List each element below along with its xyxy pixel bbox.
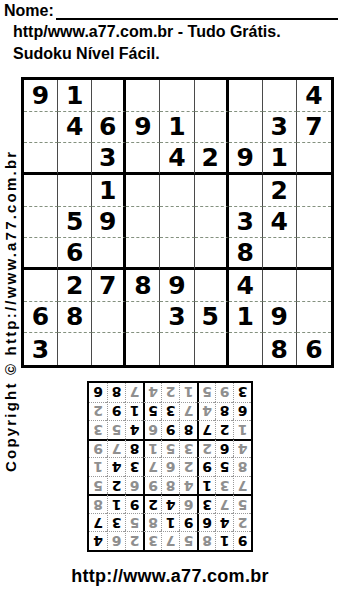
puzzle-cell-r4c2[interactable] (58, 175, 92, 207)
solution-cell-r8c6: 5 (143, 402, 161, 421)
solution-cell-r1c8: 6 (107, 531, 125, 550)
puzzle-cell-r9c3[interactable] (92, 333, 126, 365)
solution-cell-r7c6: 6 (143, 420, 161, 439)
puzzle-cell-r8c2[interactable]: 8 (58, 302, 92, 334)
puzzle-cell-r9c8[interactable]: 8 (263, 333, 297, 365)
solution-cell-r3c9: 8 (89, 494, 107, 513)
solution-cell-r3c5: 4 (161, 494, 179, 513)
puzzle-cell-r7c4[interactable]: 8 (126, 270, 160, 302)
puzzle-cell-r6c9[interactable] (297, 238, 331, 270)
puzzle-cell-r8c4[interactable] (126, 302, 160, 334)
puzzle-cell-r1c6[interactable] (195, 80, 229, 112)
solution-cell-r7c5: 9 (161, 420, 179, 439)
solution-cell-r1c1: 9 (233, 531, 251, 550)
site-url-headline: http/www.a77.com.br - Tudo Grátis. (13, 23, 281, 41)
solution-cell-r7c4: 8 (179, 420, 197, 439)
solution-cell-r2c8: 3 (107, 513, 125, 532)
puzzle-cell-r7c3[interactable]: 7 (92, 270, 126, 302)
puzzle-cell-r6c5[interactable] (160, 238, 194, 270)
puzzle-cell-r3c3[interactable]: 3 (92, 143, 126, 175)
solution-cell-r8c7: 1 (125, 402, 143, 421)
solution-cell-r8c3: 4 (197, 402, 215, 421)
name-row: Nome: (4, 2, 338, 20)
solution-cell-r7c1: 1 (233, 420, 251, 439)
solution-cell-r4c6: 9 (143, 476, 161, 495)
solution-cell-r6c8: 7 (107, 439, 125, 458)
solution-cell-r6c7: 8 (125, 439, 143, 458)
puzzle-cell-r7c7[interactable]: 4 (229, 270, 263, 302)
puzzle-cell-r2c2[interactable]: 4 (58, 112, 92, 144)
solution-cell-r8c4: 7 (179, 402, 197, 421)
puzzle-cell-r1c9[interactable]: 4 (297, 80, 331, 112)
puzzle-cell-r8c8[interactable]: 9 (263, 302, 297, 334)
puzzle-cell-r5c7[interactable]: 3 (229, 207, 263, 239)
puzzle-cell-r3c9[interactable] (297, 143, 331, 175)
footer-url: http://www.a77.com.br (0, 566, 340, 587)
puzzle-cell-r3c4[interactable] (126, 143, 160, 175)
puzzle-cell-r8c1[interactable]: 6 (24, 302, 58, 334)
solution-cell-r4c5: 8 (161, 476, 179, 495)
sudoku-puzzle-grid: 914469137342911259346827894683519386 (21, 77, 334, 368)
sudoku-worksheet: Nome: http/www.a77.com.br - Tudo Grátis.… (0, 0, 340, 596)
solution-cell-r2c7: 5 (125, 513, 143, 532)
puzzle-cell-r9c4[interactable] (126, 333, 160, 365)
solution-cell-r4c4: 4 (179, 476, 197, 495)
puzzle-cell-r6c7[interactable]: 8 (229, 238, 263, 270)
solution-cell-r2c9: 7 (89, 513, 107, 532)
solution-cell-r5c3: 9 (197, 457, 215, 476)
name-label: Nome: (4, 2, 54, 20)
solution-cell-r9c1: 3 (233, 383, 251, 402)
puzzle-cell-r4c4[interactable] (126, 175, 160, 207)
solution-cell-r9c4: 1 (179, 383, 197, 402)
puzzle-cell-r6c2[interactable]: 6 (58, 238, 92, 270)
solution-cell-r8c2: 8 (215, 402, 233, 421)
solution-cell-r8c8: 9 (107, 402, 125, 421)
puzzle-cell-r1c1[interactable]: 9 (24, 80, 58, 112)
solution-cell-r3c7: 9 (125, 494, 143, 513)
puzzle-cell-r3c1[interactable] (24, 143, 58, 175)
solution-cell-r5c8: 4 (107, 457, 125, 476)
solution-cell-r4c3: 1 (197, 476, 215, 495)
puzzle-cell-r4c6[interactable] (195, 175, 229, 207)
puzzle-cell-r1c4[interactable] (126, 80, 160, 112)
puzzle-cell-r8c5[interactable]: 3 (160, 302, 194, 334)
solution-cell-r6c5: 5 (161, 439, 179, 458)
puzzle-cell-r8c3[interactable] (92, 302, 126, 334)
solution-cell-r6c2: 6 (215, 439, 233, 458)
puzzle-cell-r6c4[interactable] (126, 238, 160, 270)
puzzle-cell-r7c2[interactable]: 2 (58, 270, 92, 302)
puzzle-cell-r4c5[interactable] (160, 175, 194, 207)
solution-cell-r7c2: 2 (215, 420, 233, 439)
solution-cell-r9c7: 7 (125, 383, 143, 402)
solution-cell-r3c1: 5 (233, 494, 251, 513)
puzzle-cell-r5c6[interactable] (195, 207, 229, 239)
puzzle-cell-r6c6[interactable] (195, 238, 229, 270)
solution-cell-r1c2: 1 (215, 531, 233, 550)
puzzle-cell-r8c6[interactable]: 5 (195, 302, 229, 334)
solution-cell-r5c5: 6 (161, 457, 179, 476)
puzzle-cell-r6c1[interactable] (24, 238, 58, 270)
puzzle-cell-r2c1[interactable] (24, 112, 58, 144)
puzzle-cell-r8c7[interactable]: 1 (229, 302, 263, 334)
puzzle-cell-r9c2[interactable] (58, 333, 92, 365)
solution-cell-r6c4: 3 (179, 439, 197, 458)
puzzle-cell-r4c3[interactable]: 1 (92, 175, 126, 207)
puzzle-cell-r9c1[interactable]: 3 (24, 333, 58, 365)
puzzle-cell-r4c7[interactable] (229, 175, 263, 207)
puzzle-cell-r2c9[interactable]: 7 (297, 112, 331, 144)
puzzle-cell-r3c2[interactable] (58, 143, 92, 175)
puzzle-cell-r5c9[interactable] (297, 207, 331, 239)
copyright-vertical-text: Copyright © http://www.a77.com.br (2, 150, 19, 472)
puzzle-cell-r9c6[interactable] (195, 333, 229, 365)
solution-cell-r2c5: 1 (161, 513, 179, 532)
solution-cell-r8c5: 3 (161, 402, 179, 421)
solution-cell-r6c3: 2 (197, 439, 215, 458)
solution-cell-r2c4: 9 (179, 513, 197, 532)
puzzle-cell-r9c7[interactable] (229, 333, 263, 365)
name-blank-line (56, 2, 338, 20)
puzzle-cell-r5c1[interactable] (24, 207, 58, 239)
puzzle-cell-r4c9[interactable] (297, 175, 331, 207)
puzzle-cell-r3c7[interactable]: 9 (229, 143, 263, 175)
sudoku-solution-grid-rotated-180: 9185732642469185375736429187314896258592… (87, 381, 253, 552)
solution-cell-r3c6: 2 (143, 494, 161, 513)
solution-cell-r6c6: 1 (143, 439, 161, 458)
puzzle-cell-r5c5[interactable] (160, 207, 194, 239)
solution-cell-r5c2: 5 (215, 457, 233, 476)
puzzle-cell-r5c4[interactable] (126, 207, 160, 239)
solution-cell-r9c8: 8 (107, 383, 125, 402)
solution-cell-r5c9: 1 (89, 457, 107, 476)
solution-cell-r6c9: 9 (89, 439, 107, 458)
solution-cell-r1c4: 5 (179, 531, 197, 550)
solution-cell-r1c5: 7 (161, 531, 179, 550)
solution-cell-r7c9: 3 (89, 420, 107, 439)
solution-cell-r2c1: 2 (233, 513, 251, 532)
puzzle-cell-r6c3[interactable] (92, 238, 126, 270)
solution-cell-r3c2: 7 (215, 494, 233, 513)
puzzle-cell-r2c5[interactable]: 1 (160, 112, 194, 144)
puzzle-cell-r8c9[interactable] (297, 302, 331, 334)
solution-cell-r9c5: 2 (161, 383, 179, 402)
solution-cell-r1c7: 2 (125, 531, 143, 550)
puzzle-cell-r2c3[interactable]: 6 (92, 112, 126, 144)
puzzle-cell-r5c2[interactable]: 5 (58, 207, 92, 239)
puzzle-cell-r7c8[interactable] (263, 270, 297, 302)
solution-cell-r4c1: 7 (233, 476, 251, 495)
page-title: Sudoku Nível Fácil. (13, 45, 160, 63)
puzzle-cell-r7c9[interactable] (297, 270, 331, 302)
puzzle-cell-r5c8[interactable]: 4 (263, 207, 297, 239)
solution-cell-r4c2: 3 (215, 476, 233, 495)
puzzle-cell-r4c1[interactable] (24, 175, 58, 207)
puzzle-cell-r6c8[interactable] (263, 238, 297, 270)
solution-cell-r9c9: 6 (89, 383, 107, 402)
puzzle-cell-r3c8[interactable]: 1 (263, 143, 297, 175)
solution-cell-r7c8: 5 (107, 420, 125, 439)
solution-cell-r4c9: 5 (89, 476, 107, 495)
solution-cell-r1c9: 4 (89, 531, 107, 550)
puzzle-cell-r1c5[interactable] (160, 80, 194, 112)
puzzle-cell-r3c6[interactable]: 2 (195, 143, 229, 175)
solution-cell-r9c6: 4 (143, 383, 161, 402)
solution-cell-r2c6: 8 (143, 513, 161, 532)
puzzle-cell-r1c8[interactable] (263, 80, 297, 112)
puzzle-cell-r7c1[interactable] (24, 270, 58, 302)
solution-cell-r4c8: 2 (107, 476, 125, 495)
puzzle-cell-r2c6[interactable] (195, 112, 229, 144)
solution-cell-r1c6: 3 (143, 531, 161, 550)
puzzle-cell-r9c9[interactable]: 6 (297, 333, 331, 365)
solution-cell-r1c3: 8 (197, 531, 215, 550)
solution-cell-r7c7: 4 (125, 420, 143, 439)
solution-cell-r4c7: 6 (125, 476, 143, 495)
solution-cell-r5c6: 7 (143, 457, 161, 476)
solution-cell-r9c2: 9 (215, 383, 233, 402)
puzzle-cell-r1c3[interactable] (92, 80, 126, 112)
solution-cell-r2c3: 6 (197, 513, 215, 532)
puzzle-cell-r2c8[interactable]: 3 (263, 112, 297, 144)
puzzle-cell-r2c4[interactable]: 9 (126, 112, 160, 144)
solution-cell-r9c3: 5 (197, 383, 215, 402)
puzzle-cell-r4c8[interactable]: 2 (263, 175, 297, 207)
solution-cell-r5c4: 2 (179, 457, 197, 476)
solution-cell-r8c9: 2 (89, 402, 107, 421)
solution-cell-r8c1: 6 (233, 402, 251, 421)
puzzle-cell-r1c7[interactable] (229, 80, 263, 112)
puzzle-cell-r2c7[interactable] (229, 112, 263, 144)
solution-cell-r3c3: 3 (197, 494, 215, 513)
puzzle-cell-r3c5[interactable]: 4 (160, 143, 194, 175)
puzzle-cell-r7c5[interactable]: 9 (160, 270, 194, 302)
puzzle-cell-r1c2[interactable]: 1 (58, 80, 92, 112)
puzzle-cell-r9c5[interactable] (160, 333, 194, 365)
solution-cell-r6c1: 4 (233, 439, 251, 458)
solution-cell-r3c4: 6 (179, 494, 197, 513)
solution-cell-r5c7: 3 (125, 457, 143, 476)
solution-cell-r5c1: 8 (233, 457, 251, 476)
solution-cell-r2c2: 4 (215, 513, 233, 532)
puzzle-cell-r7c6[interactable] (195, 270, 229, 302)
puzzle-cell-r5c3[interactable]: 9 (92, 207, 126, 239)
solution-cell-r7c3: 7 (197, 420, 215, 439)
solution-cell-r3c8: 1 (107, 494, 125, 513)
